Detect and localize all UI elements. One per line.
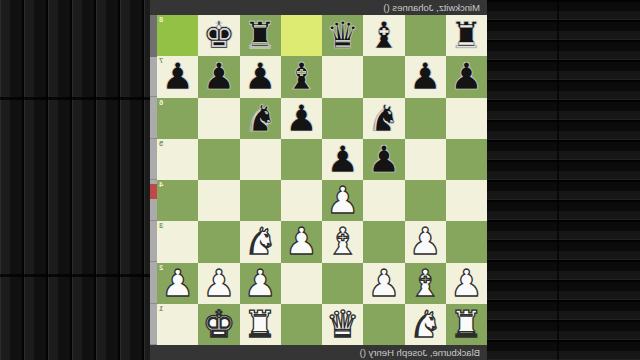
square-r6c3[interactable]: ♞ — [240, 221, 281, 262]
square-r4c3[interactable] — [240, 139, 281, 180]
square-r1c7[interactable] — [405, 15, 446, 56]
rank-label-4: 4 — [159, 181, 163, 189]
chess-board[interactable]: 8♚♜♛♝♜7♟♟♟♝♟♟6♞♟♞5♟♟4♟3♞♟♝♟2♟♟♟♟♝♟1♚♜♛♞♜ — [157, 15, 487, 345]
square-r5c8[interactable] — [446, 180, 487, 221]
square-r8c7[interactable]: ♞ — [405, 304, 446, 345]
square-r7c3[interactable]: ♟ — [240, 263, 281, 304]
black-bishop-piece[interactable]: ♝ — [285, 58, 318, 95]
black-pawn-piece[interactable]: ♟ — [161, 58, 194, 95]
rank-label-1: 1 — [159, 305, 163, 313]
square-r1c5[interactable]: ♛ — [322, 15, 363, 56]
square-r5c7[interactable] — [405, 180, 446, 221]
square-r7c5[interactable] — [322, 263, 363, 304]
white-pawn-piece[interactable]: ♟ — [367, 265, 400, 302]
black-pawn-piece[interactable]: ♟ — [202, 58, 235, 95]
wood-background-right — [487, 0, 640, 360]
player-name-top-label: Minckwitz, Johannes () — [383, 2, 480, 13]
square-r4c7[interactable] — [405, 139, 446, 180]
square-r3c8[interactable] — [446, 98, 487, 139]
white-knight-piece[interactable]: ♞ — [409, 306, 442, 343]
square-r5c2[interactable] — [198, 180, 239, 221]
square-r6c1[interactable]: 3 — [157, 221, 198, 262]
square-r4c4[interactable] — [281, 139, 322, 180]
vertical-scrollbar[interactable] — [150, 15, 157, 345]
black-rook-piece[interactable]: ♜ — [244, 17, 277, 54]
wood-background-left — [0, 0, 150, 360]
black-pawn-piece[interactable]: ♟ — [367, 141, 400, 178]
square-r1c3[interactable]: ♜ — [240, 15, 281, 56]
white-pawn-piece[interactable]: ♟ — [202, 265, 235, 302]
square-r5c5[interactable]: ♟ — [322, 180, 363, 221]
square-r3c5[interactable] — [322, 98, 363, 139]
white-bishop-piece[interactable]: ♝ — [409, 265, 442, 302]
square-r1c6[interactable]: ♝ — [363, 15, 404, 56]
square-r3c3[interactable]: ♞ — [240, 98, 281, 139]
square-r2c4[interactable]: ♝ — [281, 56, 322, 97]
black-pawn-piece[interactable]: ♟ — [450, 58, 483, 95]
video-frame: Minckwitz, Johannes () 8♚♜♛♝♜7♟♟♟♝♟♟6♞♟♞… — [0, 0, 640, 360]
square-r1c4-highlighted[interactable] — [281, 15, 322, 56]
white-pawn-piece[interactable]: ♟ — [450, 265, 483, 302]
black-rook-piece[interactable]: ♜ — [450, 17, 483, 54]
black-king-piece[interactable]: ♚ — [202, 17, 235, 54]
white-rook-piece[interactable]: ♜ — [244, 306, 277, 343]
square-r2c5[interactable] — [322, 56, 363, 97]
black-knight-piece[interactable]: ♞ — [244, 100, 277, 137]
square-r6c5[interactable]: ♝ — [322, 221, 363, 262]
white-pawn-piece[interactable]: ♟ — [326, 182, 359, 219]
square-r2c8[interactable]: ♟ — [446, 56, 487, 97]
white-pawn-piece[interactable]: ♟ — [409, 223, 442, 260]
square-r2c2[interactable]: ♟ — [198, 56, 239, 97]
white-bishop-piece[interactable]: ♝ — [326, 223, 359, 260]
black-queen-piece[interactable]: ♛ — [326, 17, 359, 54]
square-r6c4[interactable]: ♟ — [281, 221, 322, 262]
square-r4c1[interactable]: 5 — [157, 139, 198, 180]
white-queen-piece[interactable]: ♛ — [326, 306, 359, 343]
square-r8c8[interactable]: ♜ — [446, 304, 487, 345]
square-r8c3[interactable]: ♜ — [240, 304, 281, 345]
square-r3c4[interactable]: ♟ — [281, 98, 322, 139]
square-r4c8[interactable] — [446, 139, 487, 180]
square-r7c1[interactable]: 2♟ — [157, 263, 198, 304]
player-name-bottom-label: Blackburne, Joseph Henry () — [360, 347, 480, 358]
white-pawn-piece[interactable]: ♟ — [244, 265, 277, 302]
rank-label-5: 5 — [159, 140, 163, 148]
square-r6c7[interactable]: ♟ — [405, 221, 446, 262]
black-pawn-piece[interactable]: ♟ — [244, 58, 277, 95]
square-r2c6[interactable] — [363, 56, 404, 97]
square-r5c4[interactable] — [281, 180, 322, 221]
square-r7c6[interactable]: ♟ — [363, 263, 404, 304]
square-r8c6[interactable] — [363, 304, 404, 345]
square-r7c4[interactable] — [281, 263, 322, 304]
white-pawn-piece[interactable]: ♟ — [161, 265, 194, 302]
square-r6c8[interactable] — [446, 221, 487, 262]
white-king-piece[interactable]: ♚ — [202, 306, 235, 343]
square-r5c3[interactable] — [240, 180, 281, 221]
square-r5c6[interactable] — [363, 180, 404, 221]
square-r2c3[interactable]: ♟ — [240, 56, 281, 97]
black-bishop-piece[interactable]: ♝ — [367, 17, 400, 54]
rank-label-8: 8 — [159, 16, 163, 24]
square-r8c5[interactable]: ♛ — [322, 304, 363, 345]
square-r8c1[interactable]: 1 — [157, 304, 198, 345]
square-r8c2[interactable]: ♚ — [198, 304, 239, 345]
square-r3c1[interactable]: 6 — [157, 98, 198, 139]
square-r2c7[interactable]: ♟ — [405, 56, 446, 97]
rank-label-3: 3 — [159, 222, 163, 230]
square-r1c2[interactable]: ♚ — [198, 15, 239, 56]
black-pawn-piece[interactable]: ♟ — [409, 58, 442, 95]
scrollbar-track-lines — [150, 15, 157, 345]
black-knight-piece[interactable]: ♞ — [367, 100, 400, 137]
square-r7c7[interactable]: ♝ — [405, 263, 446, 304]
square-r4c6[interactable]: ♟ — [363, 139, 404, 180]
scrollbar-top-segment — [150, 15, 157, 57]
square-r7c8[interactable]: ♟ — [446, 263, 487, 304]
square-r7c2[interactable]: ♟ — [198, 263, 239, 304]
rank-label-6: 6 — [159, 99, 163, 107]
square-r6c2[interactable] — [198, 221, 239, 262]
square-r4c2[interactable] — [198, 139, 239, 180]
scrollbar-red-marker[interactable] — [150, 184, 157, 199]
square-r3c6[interactable]: ♞ — [363, 98, 404, 139]
white-knight-piece[interactable]: ♞ — [244, 223, 277, 260]
square-r1c8[interactable]: ♜ — [446, 15, 487, 56]
white-pawn-piece[interactable]: ♟ — [285, 223, 318, 260]
square-r6c6[interactable] — [363, 221, 404, 262]
square-r1c1-highlighted[interactable]: 8 — [157, 15, 198, 56]
player-name-top: Minckwitz, Johannes () — [150, 0, 487, 15]
square-r4c5[interactable]: ♟ — [322, 139, 363, 180]
black-pawn-piece[interactable]: ♟ — [326, 141, 359, 178]
square-r3c2[interactable] — [198, 98, 239, 139]
black-pawn-piece[interactable]: ♟ — [285, 100, 318, 137]
rank-label-2: 2 — [159, 264, 163, 272]
square-r3c7[interactable] — [405, 98, 446, 139]
white-rook-piece[interactable]: ♜ — [450, 306, 483, 343]
square-r8c4[interactable] — [281, 304, 322, 345]
player-name-bottom: Blackburne, Joseph Henry () — [150, 345, 487, 360]
square-r5c1[interactable]: 4 — [157, 180, 198, 221]
rank-label-7: 7 — [159, 57, 163, 65]
square-r2c1[interactable]: 7♟ — [157, 56, 198, 97]
